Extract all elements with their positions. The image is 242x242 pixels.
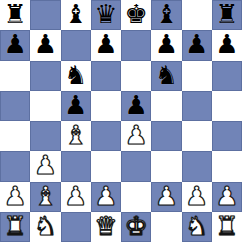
chess-board: ♜♝♛♚♝♜♟♟♟♟♟♟♞♞♟♟♝♟♟♟♝♟♟♟♟♟♜♞♛♚♞♜ — [0, 0, 242, 242]
square-f1[interactable] — [151, 212, 181, 242]
square-h3[interactable] — [212, 151, 242, 181]
piece-black-knight[interactable]: ♞ — [155, 62, 178, 88]
square-e7[interactable] — [121, 30, 151, 60]
square-f7[interactable]: ♟ — [151, 30, 181, 60]
square-a4[interactable] — [0, 121, 30, 151]
piece-white-pawn[interactable]: ♟ — [155, 183, 178, 209]
piece-black-pawn[interactable]: ♟ — [185, 31, 208, 57]
piece-white-knight[interactable]: ♞ — [185, 213, 208, 239]
square-c7[interactable] — [61, 30, 91, 60]
piece-white-bishop[interactable]: ♝ — [34, 183, 57, 209]
square-b1[interactable]: ♞ — [30, 212, 60, 242]
square-e4[interactable]: ♟ — [121, 121, 151, 151]
piece-black-pawn[interactable]: ♟ — [64, 92, 87, 118]
piece-white-rook[interactable]: ♜ — [215, 213, 238, 239]
square-h5[interactable] — [212, 91, 242, 121]
square-g8[interactable] — [182, 0, 212, 30]
square-g2[interactable]: ♟ — [182, 182, 212, 212]
square-b5[interactable] — [30, 91, 60, 121]
square-d1[interactable]: ♛ — [91, 212, 121, 242]
square-d4[interactable] — [91, 121, 121, 151]
square-a1[interactable]: ♜ — [0, 212, 30, 242]
square-d5[interactable] — [91, 91, 121, 121]
piece-white-pawn[interactable]: ♟ — [3, 183, 26, 209]
piece-black-pawn[interactable]: ♟ — [155, 31, 178, 57]
square-g7[interactable]: ♟ — [182, 30, 212, 60]
piece-black-knight[interactable]: ♞ — [64, 62, 87, 88]
square-c4[interactable]: ♝ — [61, 121, 91, 151]
piece-black-rook[interactable]: ♜ — [3, 1, 26, 27]
square-c2[interactable]: ♟ — [61, 182, 91, 212]
square-f8[interactable]: ♝ — [151, 0, 181, 30]
square-h8[interactable]: ♜ — [212, 0, 242, 30]
square-b3[interactable]: ♟ — [30, 151, 60, 181]
square-b4[interactable] — [30, 121, 60, 151]
piece-black-pawn[interactable]: ♟ — [3, 31, 26, 57]
square-a8[interactable]: ♜ — [0, 0, 30, 30]
piece-black-king[interactable]: ♚ — [124, 1, 147, 27]
square-a6[interactable] — [0, 61, 30, 91]
square-c5[interactable]: ♟ — [61, 91, 91, 121]
piece-white-pawn[interactable]: ♟ — [124, 122, 147, 148]
piece-white-pawn[interactable]: ♟ — [185, 183, 208, 209]
square-f4[interactable] — [151, 121, 181, 151]
square-c3[interactable] — [61, 151, 91, 181]
piece-white-queen[interactable]: ♛ — [94, 213, 117, 239]
square-e3[interactable] — [121, 151, 151, 181]
square-c1[interactable] — [61, 212, 91, 242]
piece-white-king[interactable]: ♚ — [124, 213, 147, 239]
square-b2[interactable]: ♝ — [30, 182, 60, 212]
square-d8[interactable]: ♛ — [91, 0, 121, 30]
square-b7[interactable]: ♟ — [30, 30, 60, 60]
square-d7[interactable]: ♟ — [91, 30, 121, 60]
square-b6[interactable] — [30, 61, 60, 91]
piece-black-queen[interactable]: ♛ — [94, 1, 117, 27]
piece-white-rook[interactable]: ♜ — [3, 213, 26, 239]
piece-black-pawn[interactable]: ♟ — [94, 31, 117, 57]
piece-white-pawn[interactable]: ♟ — [34, 152, 57, 178]
square-a5[interactable] — [0, 91, 30, 121]
square-e1[interactable]: ♚ — [121, 212, 151, 242]
square-h1[interactable]: ♜ — [212, 212, 242, 242]
square-c8[interactable]: ♝ — [61, 0, 91, 30]
piece-white-pawn[interactable]: ♟ — [215, 183, 238, 209]
square-e8[interactable]: ♚ — [121, 0, 151, 30]
square-g6[interactable] — [182, 61, 212, 91]
square-h2[interactable]: ♟ — [212, 182, 242, 212]
square-g1[interactable]: ♞ — [182, 212, 212, 242]
piece-white-pawn[interactable]: ♟ — [94, 183, 117, 209]
square-h7[interactable]: ♟ — [212, 30, 242, 60]
square-h4[interactable] — [212, 121, 242, 151]
square-e6[interactable] — [121, 61, 151, 91]
piece-black-pawn[interactable]: ♟ — [34, 31, 57, 57]
piece-black-bishop[interactable]: ♝ — [64, 1, 87, 27]
square-a7[interactable]: ♟ — [0, 30, 30, 60]
piece-white-knight[interactable]: ♞ — [34, 213, 57, 239]
piece-white-pawn[interactable]: ♟ — [64, 183, 87, 209]
piece-white-bishop[interactable]: ♝ — [64, 122, 87, 148]
square-f2[interactable]: ♟ — [151, 182, 181, 212]
piece-black-bishop[interactable]: ♝ — [155, 1, 178, 27]
square-e2[interactable] — [121, 182, 151, 212]
square-f3[interactable] — [151, 151, 181, 181]
piece-black-rook[interactable]: ♜ — [215, 1, 238, 27]
square-c6[interactable]: ♞ — [61, 61, 91, 91]
square-d2[interactable]: ♟ — [91, 182, 121, 212]
piece-black-pawn[interactable]: ♟ — [215, 31, 238, 57]
square-a2[interactable]: ♟ — [0, 182, 30, 212]
square-e5[interactable]: ♟ — [121, 91, 151, 121]
square-f5[interactable] — [151, 91, 181, 121]
square-d3[interactable] — [91, 151, 121, 181]
square-g5[interactable] — [182, 91, 212, 121]
square-d6[interactable] — [91, 61, 121, 91]
square-f6[interactable]: ♞ — [151, 61, 181, 91]
piece-black-pawn[interactable]: ♟ — [124, 92, 147, 118]
square-g4[interactable] — [182, 121, 212, 151]
square-a3[interactable] — [0, 151, 30, 181]
square-b8[interactable] — [30, 0, 60, 30]
square-g3[interactable] — [182, 151, 212, 181]
square-h6[interactable] — [212, 61, 242, 91]
